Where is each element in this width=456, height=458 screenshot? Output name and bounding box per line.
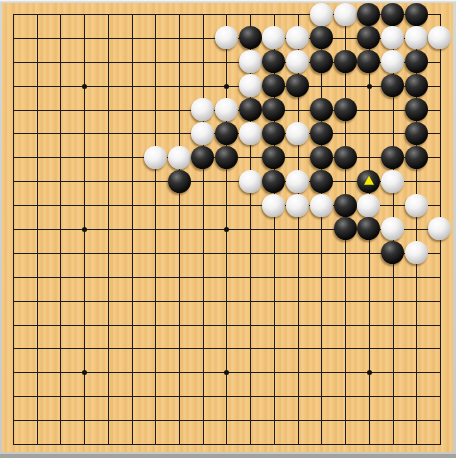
intersection-15-7[interactable] bbox=[357, 169, 381, 193]
intersection-16-1[interactable] bbox=[381, 26, 405, 50]
intersection-18-7[interactable] bbox=[428, 169, 452, 193]
intersection-18-18[interactable] bbox=[428, 432, 452, 456]
intersection-8-0[interactable] bbox=[191, 2, 215, 26]
intersection-13-1[interactable] bbox=[309, 26, 333, 50]
intersection-10-9[interactable] bbox=[238, 217, 262, 241]
intersection-5-6[interactable] bbox=[120, 145, 144, 169]
intersection-17-11[interactable] bbox=[404, 265, 428, 289]
intersection-15-5[interactable] bbox=[357, 121, 381, 145]
intersection-6-0[interactable] bbox=[143, 2, 167, 26]
intersection-6-4[interactable] bbox=[143, 98, 167, 122]
intersection-18-4[interactable] bbox=[428, 98, 452, 122]
intersection-1-8[interactable] bbox=[25, 193, 49, 217]
intersection-17-7[interactable] bbox=[404, 169, 428, 193]
intersection-4-18[interactable] bbox=[96, 432, 120, 456]
intersection-17-4[interactable] bbox=[404, 98, 428, 122]
intersection-1-2[interactable] bbox=[25, 50, 49, 74]
intersection-4-1[interactable] bbox=[96, 26, 120, 50]
intersection-5-9[interactable] bbox=[120, 217, 144, 241]
intersection-7-13[interactable] bbox=[167, 312, 191, 336]
intersection-11-10[interactable] bbox=[262, 241, 286, 265]
intersection-18-2[interactable] bbox=[428, 50, 452, 74]
intersection-8-14[interactable] bbox=[191, 336, 215, 360]
intersection-11-5[interactable] bbox=[262, 121, 286, 145]
intersection-4-14[interactable] bbox=[96, 336, 120, 360]
intersection-18-1[interactable] bbox=[428, 26, 452, 50]
intersection-8-5[interactable] bbox=[191, 121, 215, 145]
intersection-7-7[interactable] bbox=[167, 169, 191, 193]
intersection-9-15[interactable] bbox=[215, 360, 239, 384]
intersection-7-6[interactable] bbox=[167, 145, 191, 169]
intersection-12-11[interactable] bbox=[286, 265, 310, 289]
intersection-13-6[interactable] bbox=[309, 145, 333, 169]
intersection-17-16[interactable] bbox=[404, 384, 428, 408]
intersection-10-15[interactable] bbox=[238, 360, 262, 384]
intersection-16-14[interactable] bbox=[381, 336, 405, 360]
intersection-3-16[interactable] bbox=[72, 384, 96, 408]
intersection-14-13[interactable] bbox=[333, 312, 357, 336]
intersection-13-14[interactable] bbox=[309, 336, 333, 360]
intersection-1-11[interactable] bbox=[25, 265, 49, 289]
intersection-7-3[interactable] bbox=[167, 74, 191, 98]
intersection-13-18[interactable] bbox=[309, 432, 333, 456]
intersection-16-6[interactable] bbox=[381, 145, 405, 169]
intersection-17-5[interactable] bbox=[404, 121, 428, 145]
intersection-6-13[interactable] bbox=[143, 312, 167, 336]
intersection-13-0[interactable] bbox=[309, 2, 333, 26]
intersection-13-12[interactable] bbox=[309, 289, 333, 313]
intersection-13-4[interactable] bbox=[309, 98, 333, 122]
intersection-15-6[interactable] bbox=[357, 145, 381, 169]
intersection-9-18[interactable] bbox=[215, 432, 239, 456]
intersection-3-10[interactable] bbox=[72, 241, 96, 265]
intersection-9-10[interactable] bbox=[215, 241, 239, 265]
intersection-7-15[interactable] bbox=[167, 360, 191, 384]
intersection-8-4[interactable] bbox=[191, 98, 215, 122]
intersection-5-2[interactable] bbox=[120, 50, 144, 74]
intersection-8-7[interactable] bbox=[191, 169, 215, 193]
intersection-18-13[interactable] bbox=[428, 312, 452, 336]
intersection-16-12[interactable] bbox=[381, 289, 405, 313]
intersection-10-12[interactable] bbox=[238, 289, 262, 313]
intersection-6-9[interactable] bbox=[143, 217, 167, 241]
intersection-8-2[interactable] bbox=[191, 50, 215, 74]
intersection-12-13[interactable] bbox=[286, 312, 310, 336]
intersection-11-9[interactable] bbox=[262, 217, 286, 241]
intersection-18-6[interactable] bbox=[428, 145, 452, 169]
intersection-17-12[interactable] bbox=[404, 289, 428, 313]
intersection-2-4[interactable] bbox=[49, 98, 73, 122]
intersection-12-2[interactable] bbox=[286, 50, 310, 74]
intersection-10-16[interactable] bbox=[238, 384, 262, 408]
intersection-17-1[interactable] bbox=[404, 26, 428, 50]
intersection-18-5[interactable] bbox=[428, 121, 452, 145]
intersection-16-2[interactable] bbox=[381, 50, 405, 74]
intersection-7-18[interactable] bbox=[167, 432, 191, 456]
intersection-14-0[interactable] bbox=[333, 2, 357, 26]
intersection-1-7[interactable] bbox=[25, 169, 49, 193]
intersection-5-14[interactable] bbox=[120, 336, 144, 360]
intersection-13-9[interactable] bbox=[309, 217, 333, 241]
intersection-10-17[interactable] bbox=[238, 408, 262, 432]
intersection-3-9[interactable] bbox=[72, 217, 96, 241]
intersection-12-6[interactable] bbox=[286, 145, 310, 169]
intersection-9-9[interactable] bbox=[215, 217, 239, 241]
intersection-11-0[interactable] bbox=[262, 2, 286, 26]
intersection-16-11[interactable] bbox=[381, 265, 405, 289]
intersection-8-8[interactable] bbox=[191, 193, 215, 217]
intersection-2-5[interactable] bbox=[49, 121, 73, 145]
intersection-4-8[interactable] bbox=[96, 193, 120, 217]
intersection-9-12[interactable] bbox=[215, 289, 239, 313]
intersection-10-0[interactable] bbox=[238, 2, 262, 26]
intersection-14-1[interactable] bbox=[333, 26, 357, 50]
intersection-9-0[interactable] bbox=[215, 2, 239, 26]
intersection-16-9[interactable] bbox=[381, 217, 405, 241]
intersection-2-12[interactable] bbox=[49, 289, 73, 313]
intersection-18-3[interactable] bbox=[428, 74, 452, 98]
intersection-9-1[interactable] bbox=[215, 26, 239, 50]
intersection-3-5[interactable] bbox=[72, 121, 96, 145]
intersection-2-13[interactable] bbox=[49, 312, 73, 336]
intersection-12-9[interactable] bbox=[286, 217, 310, 241]
intersection-3-6[interactable] bbox=[72, 145, 96, 169]
intersection-4-17[interactable] bbox=[96, 408, 120, 432]
intersection-6-17[interactable] bbox=[143, 408, 167, 432]
intersection-6-1[interactable] bbox=[143, 26, 167, 50]
intersection-8-17[interactable] bbox=[191, 408, 215, 432]
intersection-13-3[interactable] bbox=[309, 74, 333, 98]
intersection-0-10[interactable] bbox=[1, 241, 25, 265]
intersection-9-16[interactable] bbox=[215, 384, 239, 408]
intersection-0-7[interactable] bbox=[1, 169, 25, 193]
intersection-14-3[interactable] bbox=[333, 74, 357, 98]
intersection-14-6[interactable] bbox=[333, 145, 357, 169]
intersection-18-15[interactable] bbox=[428, 360, 452, 384]
intersection-1-12[interactable] bbox=[25, 289, 49, 313]
intersection-12-8[interactable] bbox=[286, 193, 310, 217]
intersection-18-12[interactable] bbox=[428, 289, 452, 313]
intersection-1-10[interactable] bbox=[25, 241, 49, 265]
intersection-17-15[interactable] bbox=[404, 360, 428, 384]
intersection-2-17[interactable] bbox=[49, 408, 73, 432]
intersection-16-3[interactable] bbox=[381, 74, 405, 98]
intersection-13-8[interactable] bbox=[309, 193, 333, 217]
intersection-5-10[interactable] bbox=[120, 241, 144, 265]
intersection-0-11[interactable] bbox=[1, 265, 25, 289]
intersection-14-4[interactable] bbox=[333, 98, 357, 122]
intersection-1-16[interactable] bbox=[25, 384, 49, 408]
intersection-0-1[interactable] bbox=[1, 26, 25, 50]
intersection-5-11[interactable] bbox=[120, 265, 144, 289]
intersection-3-4[interactable] bbox=[72, 98, 96, 122]
intersection-8-12[interactable] bbox=[191, 289, 215, 313]
intersection-17-0[interactable] bbox=[404, 2, 428, 26]
intersection-3-15[interactable] bbox=[72, 360, 96, 384]
intersection-12-7[interactable] bbox=[286, 169, 310, 193]
intersection-2-0[interactable] bbox=[49, 2, 73, 26]
intersection-18-17[interactable] bbox=[428, 408, 452, 432]
intersection-10-2[interactable] bbox=[238, 50, 262, 74]
intersection-3-0[interactable] bbox=[72, 2, 96, 26]
intersection-1-0[interactable] bbox=[25, 2, 49, 26]
intersection-1-13[interactable] bbox=[25, 312, 49, 336]
intersection-5-3[interactable] bbox=[120, 74, 144, 98]
intersection-14-12[interactable] bbox=[333, 289, 357, 313]
intersection-0-18[interactable] bbox=[1, 432, 25, 456]
intersection-0-17[interactable] bbox=[1, 408, 25, 432]
intersection-12-17[interactable] bbox=[286, 408, 310, 432]
intersection-5-1[interactable] bbox=[120, 26, 144, 50]
intersection-1-18[interactable] bbox=[25, 432, 49, 456]
intersection-14-8[interactable] bbox=[333, 193, 357, 217]
intersection-8-9[interactable] bbox=[191, 217, 215, 241]
intersection-15-16[interactable] bbox=[357, 384, 381, 408]
intersection-2-3[interactable] bbox=[49, 74, 73, 98]
intersection-9-6[interactable] bbox=[215, 145, 239, 169]
intersection-6-11[interactable] bbox=[143, 265, 167, 289]
intersection-5-18[interactable] bbox=[120, 432, 144, 456]
intersection-12-1[interactable] bbox=[286, 26, 310, 50]
intersection-16-13[interactable] bbox=[381, 312, 405, 336]
intersection-14-15[interactable] bbox=[333, 360, 357, 384]
intersection-16-0[interactable] bbox=[381, 2, 405, 26]
intersection-1-1[interactable] bbox=[25, 26, 49, 50]
intersection-8-6[interactable] bbox=[191, 145, 215, 169]
intersection-12-18[interactable] bbox=[286, 432, 310, 456]
intersection-2-7[interactable] bbox=[49, 169, 73, 193]
intersection-16-5[interactable] bbox=[381, 121, 405, 145]
intersection-5-8[interactable] bbox=[120, 193, 144, 217]
intersection-6-6[interactable] bbox=[143, 145, 167, 169]
intersection-17-8[interactable] bbox=[404, 193, 428, 217]
intersection-11-15[interactable] bbox=[262, 360, 286, 384]
intersection-13-15[interactable] bbox=[309, 360, 333, 384]
intersection-3-13[interactable] bbox=[72, 312, 96, 336]
intersection-7-8[interactable] bbox=[167, 193, 191, 217]
intersection-5-16[interactable] bbox=[120, 384, 144, 408]
intersection-0-8[interactable] bbox=[1, 193, 25, 217]
intersection-2-14[interactable] bbox=[49, 336, 73, 360]
intersection-0-9[interactable] bbox=[1, 217, 25, 241]
intersection-4-16[interactable] bbox=[96, 384, 120, 408]
intersection-12-10[interactable] bbox=[286, 241, 310, 265]
intersection-9-14[interactable] bbox=[215, 336, 239, 360]
intersection-11-6[interactable] bbox=[262, 145, 286, 169]
intersection-16-10[interactable] bbox=[381, 241, 405, 265]
intersection-17-10[interactable] bbox=[404, 241, 428, 265]
intersection-3-3[interactable] bbox=[72, 74, 96, 98]
intersection-14-14[interactable] bbox=[333, 336, 357, 360]
intersection-11-17[interactable] bbox=[262, 408, 286, 432]
intersection-14-18[interactable] bbox=[333, 432, 357, 456]
intersection-6-18[interactable] bbox=[143, 432, 167, 456]
intersection-1-4[interactable] bbox=[25, 98, 49, 122]
intersection-7-0[interactable] bbox=[167, 2, 191, 26]
intersection-5-7[interactable] bbox=[120, 169, 144, 193]
intersection-14-2[interactable] bbox=[333, 50, 357, 74]
intersection-0-6[interactable] bbox=[1, 145, 25, 169]
intersection-4-6[interactable] bbox=[96, 145, 120, 169]
intersection-0-12[interactable] bbox=[1, 289, 25, 313]
intersection-8-3[interactable] bbox=[191, 74, 215, 98]
intersection-0-4[interactable] bbox=[1, 98, 25, 122]
intersection-13-17[interactable] bbox=[309, 408, 333, 432]
intersection-14-17[interactable] bbox=[333, 408, 357, 432]
intersection-11-13[interactable] bbox=[262, 312, 286, 336]
intersection-3-17[interactable] bbox=[72, 408, 96, 432]
intersection-10-7[interactable] bbox=[238, 169, 262, 193]
intersection-11-8[interactable] bbox=[262, 193, 286, 217]
intersection-7-5[interactable] bbox=[167, 121, 191, 145]
intersection-10-14[interactable] bbox=[238, 336, 262, 360]
intersection-0-3[interactable] bbox=[1, 74, 25, 98]
intersection-3-12[interactable] bbox=[72, 289, 96, 313]
intersection-12-5[interactable] bbox=[286, 121, 310, 145]
intersection-1-3[interactable] bbox=[25, 74, 49, 98]
intersection-17-2[interactable] bbox=[404, 50, 428, 74]
intersection-18-14[interactable] bbox=[428, 336, 452, 360]
intersection-4-13[interactable] bbox=[96, 312, 120, 336]
intersection-5-5[interactable] bbox=[120, 121, 144, 145]
intersection-11-7[interactable] bbox=[262, 169, 286, 193]
intersection-11-16[interactable] bbox=[262, 384, 286, 408]
intersection-17-6[interactable] bbox=[404, 145, 428, 169]
intersection-5-13[interactable] bbox=[120, 312, 144, 336]
intersection-15-12[interactable] bbox=[357, 289, 381, 313]
intersection-0-16[interactable] bbox=[1, 384, 25, 408]
intersection-4-10[interactable] bbox=[96, 241, 120, 265]
intersection-16-16[interactable] bbox=[381, 384, 405, 408]
intersection-15-17[interactable] bbox=[357, 408, 381, 432]
intersection-11-18[interactable] bbox=[262, 432, 286, 456]
intersection-17-18[interactable] bbox=[404, 432, 428, 456]
intersection-16-4[interactable] bbox=[381, 98, 405, 122]
intersection-7-12[interactable] bbox=[167, 289, 191, 313]
intersection-13-10[interactable] bbox=[309, 241, 333, 265]
intersection-13-11[interactable] bbox=[309, 265, 333, 289]
intersection-5-15[interactable] bbox=[120, 360, 144, 384]
intersection-7-11[interactable] bbox=[167, 265, 191, 289]
intersection-9-3[interactable] bbox=[215, 74, 239, 98]
intersection-7-14[interactable] bbox=[167, 336, 191, 360]
intersection-10-18[interactable] bbox=[238, 432, 262, 456]
intersection-8-15[interactable] bbox=[191, 360, 215, 384]
intersection-10-4[interactable] bbox=[238, 98, 262, 122]
intersection-12-0[interactable] bbox=[286, 2, 310, 26]
intersection-4-2[interactable] bbox=[96, 50, 120, 74]
intersection-3-8[interactable] bbox=[72, 193, 96, 217]
intersection-12-16[interactable] bbox=[286, 384, 310, 408]
intersection-3-14[interactable] bbox=[72, 336, 96, 360]
intersection-4-7[interactable] bbox=[96, 169, 120, 193]
intersection-18-11[interactable] bbox=[428, 265, 452, 289]
intersection-15-15[interactable] bbox=[357, 360, 381, 384]
intersection-11-4[interactable] bbox=[262, 98, 286, 122]
intersection-18-8[interactable] bbox=[428, 193, 452, 217]
intersection-5-4[interactable] bbox=[120, 98, 144, 122]
intersection-9-2[interactable] bbox=[215, 50, 239, 74]
intersection-18-10[interactable] bbox=[428, 241, 452, 265]
intersection-10-3[interactable] bbox=[238, 74, 262, 98]
intersection-17-13[interactable] bbox=[404, 312, 428, 336]
intersection-16-18[interactable] bbox=[381, 432, 405, 456]
intersection-1-9[interactable] bbox=[25, 217, 49, 241]
intersection-9-13[interactable] bbox=[215, 312, 239, 336]
intersection-9-11[interactable] bbox=[215, 265, 239, 289]
intersection-16-8[interactable] bbox=[381, 193, 405, 217]
intersection-15-4[interactable] bbox=[357, 98, 381, 122]
intersection-3-1[interactable] bbox=[72, 26, 96, 50]
intersection-6-3[interactable] bbox=[143, 74, 167, 98]
intersection-2-15[interactable] bbox=[49, 360, 73, 384]
intersection-5-17[interactable] bbox=[120, 408, 144, 432]
intersection-12-14[interactable] bbox=[286, 336, 310, 360]
intersection-14-5[interactable] bbox=[333, 121, 357, 145]
intersection-9-4[interactable] bbox=[215, 98, 239, 122]
intersection-10-1[interactable] bbox=[238, 26, 262, 50]
intersection-7-10[interactable] bbox=[167, 241, 191, 265]
intersection-9-8[interactable] bbox=[215, 193, 239, 217]
intersection-6-5[interactable] bbox=[143, 121, 167, 145]
intersection-8-11[interactable] bbox=[191, 265, 215, 289]
intersection-15-9[interactable] bbox=[357, 217, 381, 241]
intersection-0-13[interactable] bbox=[1, 312, 25, 336]
intersection-10-11[interactable] bbox=[238, 265, 262, 289]
intersection-5-12[interactable] bbox=[120, 289, 144, 313]
intersection-8-10[interactable] bbox=[191, 241, 215, 265]
intersection-15-18[interactable] bbox=[357, 432, 381, 456]
intersection-14-16[interactable] bbox=[333, 384, 357, 408]
intersection-14-11[interactable] bbox=[333, 265, 357, 289]
intersection-6-16[interactable] bbox=[143, 384, 167, 408]
intersection-4-11[interactable] bbox=[96, 265, 120, 289]
intersection-6-12[interactable] bbox=[143, 289, 167, 313]
intersection-16-17[interactable] bbox=[381, 408, 405, 432]
intersection-2-16[interactable] bbox=[49, 384, 73, 408]
intersection-6-7[interactable] bbox=[143, 169, 167, 193]
intersection-4-12[interactable] bbox=[96, 289, 120, 313]
intersection-12-4[interactable] bbox=[286, 98, 310, 122]
intersection-3-7[interactable] bbox=[72, 169, 96, 193]
intersection-10-8[interactable] bbox=[238, 193, 262, 217]
intersection-7-1[interactable] bbox=[167, 26, 191, 50]
intersection-0-15[interactable] bbox=[1, 360, 25, 384]
intersection-10-5[interactable] bbox=[238, 121, 262, 145]
intersection-6-15[interactable] bbox=[143, 360, 167, 384]
intersection-2-2[interactable] bbox=[49, 50, 73, 74]
intersection-4-3[interactable] bbox=[96, 74, 120, 98]
intersection-10-10[interactable] bbox=[238, 241, 262, 265]
intersection-0-2[interactable] bbox=[1, 50, 25, 74]
intersection-14-10[interactable] bbox=[333, 241, 357, 265]
intersection-15-3[interactable] bbox=[357, 74, 381, 98]
intersection-15-0[interactable] bbox=[357, 2, 381, 26]
intersection-9-7[interactable] bbox=[215, 169, 239, 193]
intersection-2-6[interactable] bbox=[49, 145, 73, 169]
intersection-2-18[interactable] bbox=[49, 432, 73, 456]
intersection-1-6[interactable] bbox=[25, 145, 49, 169]
intersection-17-9[interactable] bbox=[404, 217, 428, 241]
intersection-6-2[interactable] bbox=[143, 50, 167, 74]
intersection-4-15[interactable] bbox=[96, 360, 120, 384]
intersection-3-18[interactable] bbox=[72, 432, 96, 456]
intersection-11-14[interactable] bbox=[262, 336, 286, 360]
intersection-8-16[interactable] bbox=[191, 384, 215, 408]
intersection-18-16[interactable] bbox=[428, 384, 452, 408]
intersection-10-6[interactable] bbox=[238, 145, 262, 169]
intersection-4-5[interactable] bbox=[96, 121, 120, 145]
